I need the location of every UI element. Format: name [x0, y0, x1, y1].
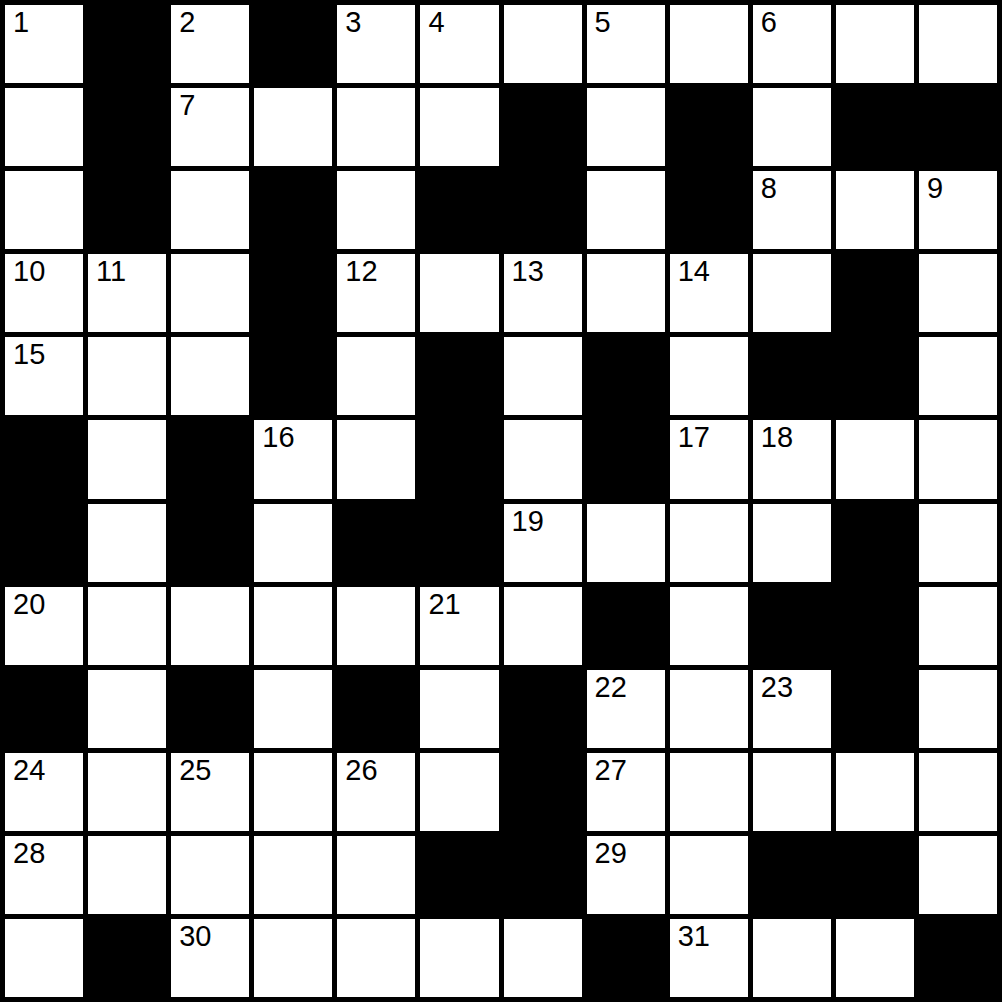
cell-r5c6[interactable]	[504, 420, 582, 498]
cell-r2c10[interactable]	[836, 171, 914, 249]
cell-r3c7[interactable]	[587, 254, 665, 332]
block-r4c9	[753, 337, 831, 415]
cell-r2c0[interactable]	[5, 171, 83, 249]
cell-r0c4[interactable]: 3	[337, 5, 415, 83]
cell-r1c2[interactable]: 7	[171, 88, 249, 166]
cell-r10c7[interactable]: 29	[587, 836, 665, 914]
cell-r11c2[interactable]: 30	[171, 919, 249, 997]
cell-r1c0[interactable]	[5, 88, 83, 166]
cell-r11c6[interactable]	[504, 919, 582, 997]
block-r6c2	[171, 504, 249, 582]
clue-number-29: 29	[595, 838, 627, 868]
cell-r1c9[interactable]	[753, 88, 831, 166]
block-r1c8	[670, 88, 748, 166]
block-r0c1	[88, 5, 166, 83]
cell-r11c0[interactable]	[5, 919, 83, 997]
block-r5c5	[420, 420, 498, 498]
block-r7c7	[587, 587, 665, 665]
cell-r1c5[interactable]	[420, 88, 498, 166]
block-r10c10	[836, 836, 914, 914]
cell-r5c11[interactable]	[919, 420, 997, 498]
cell-r5c9[interactable]: 18	[753, 420, 831, 498]
cell-r6c9[interactable]	[753, 504, 831, 582]
block-r11c1	[88, 919, 166, 997]
cell-r11c9[interactable]	[753, 919, 831, 997]
cell-r3c2[interactable]	[171, 254, 249, 332]
cell-r8c3[interactable]	[254, 670, 332, 748]
cell-r11c5[interactable]	[420, 919, 498, 997]
cell-r0c6[interactable]	[504, 5, 582, 83]
cell-r9c5[interactable]	[420, 753, 498, 831]
crossword-board: 1234567891011121314151617181920212223242…	[0, 0, 1002, 1002]
cell-r0c5[interactable]: 4	[420, 5, 498, 83]
cell-r2c9[interactable]: 8	[753, 171, 831, 249]
cell-r6c3[interactable]	[254, 504, 332, 582]
clue-number-9: 9	[927, 173, 943, 203]
cell-r10c1[interactable]	[88, 836, 166, 914]
block-r5c0	[5, 420, 83, 498]
clue-number-7: 7	[179, 90, 195, 120]
cell-r1c3[interactable]	[254, 88, 332, 166]
cell-r9c4[interactable]: 26	[337, 753, 415, 831]
clue-number-22: 22	[595, 672, 627, 702]
block-r2c1	[88, 171, 166, 249]
block-r1c10	[836, 88, 914, 166]
cell-r6c8[interactable]	[670, 504, 748, 582]
block-r4c5	[420, 337, 498, 415]
cell-r5c10[interactable]	[836, 420, 914, 498]
clue-number-19: 19	[512, 506, 544, 536]
cell-r3c0[interactable]: 10	[5, 254, 83, 332]
clue-number-20: 20	[13, 589, 45, 619]
cell-r9c1[interactable]	[88, 753, 166, 831]
clue-number-8: 8	[761, 173, 777, 203]
block-r10c5	[420, 836, 498, 914]
block-r2c6	[504, 171, 582, 249]
block-r9c6	[504, 753, 582, 831]
cell-r1c4[interactable]	[337, 88, 415, 166]
cell-r5c1[interactable]	[88, 420, 166, 498]
cell-r9c11[interactable]	[919, 753, 997, 831]
cell-r6c11[interactable]	[919, 504, 997, 582]
clue-number-3: 3	[345, 7, 361, 37]
cell-r3c5[interactable]	[420, 254, 498, 332]
cell-r10c0[interactable]: 28	[5, 836, 83, 914]
cell-r3c6[interactable]: 13	[504, 254, 582, 332]
cell-r0c8[interactable]	[670, 5, 748, 83]
block-r5c7	[587, 420, 665, 498]
cell-r7c8[interactable]	[670, 587, 748, 665]
cell-r2c4[interactable]	[337, 171, 415, 249]
cell-r4c4[interactable]	[337, 337, 415, 415]
cell-r11c3[interactable]	[254, 919, 332, 997]
cell-r0c2[interactable]: 2	[171, 5, 249, 83]
cell-r2c11[interactable]: 9	[919, 171, 997, 249]
clue-number-5: 5	[595, 7, 611, 37]
cell-r7c11[interactable]	[919, 587, 997, 665]
cell-r2c7[interactable]	[587, 171, 665, 249]
cell-r8c9[interactable]: 23	[753, 670, 831, 748]
block-r7c9	[753, 587, 831, 665]
clue-number-14: 14	[678, 256, 710, 286]
block-r4c7	[587, 337, 665, 415]
cell-r0c9[interactable]: 6	[753, 5, 831, 83]
clue-number-2: 2	[179, 7, 195, 37]
block-r6c10	[836, 504, 914, 582]
cell-r9c2[interactable]: 25	[171, 753, 249, 831]
cell-r4c0[interactable]: 15	[5, 337, 83, 415]
cell-r8c1[interactable]	[88, 670, 166, 748]
clue-number-12: 12	[345, 256, 377, 286]
cell-r9c7[interactable]: 27	[587, 753, 665, 831]
cell-r6c1[interactable]	[88, 504, 166, 582]
cell-r7c1[interactable]	[88, 587, 166, 665]
cell-r8c8[interactable]	[670, 670, 748, 748]
cell-r0c0[interactable]: 1	[5, 5, 83, 83]
clue-number-13: 13	[512, 256, 544, 286]
cell-r9c10[interactable]	[836, 753, 914, 831]
block-r0c3	[254, 5, 332, 83]
cell-r9c8[interactable]	[670, 753, 748, 831]
clue-number-15: 15	[13, 339, 45, 369]
block-r10c9	[753, 836, 831, 914]
clue-number-18: 18	[761, 422, 793, 452]
block-r4c3	[254, 337, 332, 415]
block-r5c2	[171, 420, 249, 498]
block-r6c5	[420, 504, 498, 582]
cell-r1c7[interactable]	[587, 88, 665, 166]
clue-number-24: 24	[13, 755, 45, 785]
cell-r0c11[interactable]	[919, 5, 997, 83]
clue-number-28: 28	[13, 838, 45, 868]
cell-r4c1[interactable]	[88, 337, 166, 415]
block-r1c6	[504, 88, 582, 166]
block-r8c10	[836, 670, 914, 748]
block-r2c3	[254, 171, 332, 249]
cell-r3c1[interactable]: 11	[88, 254, 166, 332]
block-r6c0	[5, 504, 83, 582]
cell-r10c8[interactable]	[670, 836, 748, 914]
clue-number-25: 25	[179, 755, 211, 785]
cell-r3c11[interactable]	[919, 254, 997, 332]
block-r11c7	[587, 919, 665, 997]
block-r2c8	[670, 171, 748, 249]
cell-r7c6[interactable]	[504, 587, 582, 665]
clue-number-30: 30	[179, 921, 211, 951]
block-r1c11	[919, 88, 997, 166]
block-r1c1	[88, 88, 166, 166]
cell-r5c4[interactable]	[337, 420, 415, 498]
cell-r6c7[interactable]	[587, 504, 665, 582]
cell-r10c3[interactable]	[254, 836, 332, 914]
cell-r0c10[interactable]	[836, 5, 914, 83]
cell-r9c0[interactable]: 24	[5, 753, 83, 831]
cell-r7c2[interactable]	[171, 587, 249, 665]
clue-number-1: 1	[13, 7, 29, 37]
block-r7c10	[836, 587, 914, 665]
cell-r8c7[interactable]: 22	[587, 670, 665, 748]
block-r8c6	[504, 670, 582, 748]
clue-number-27: 27	[595, 755, 627, 785]
cell-r3c8[interactable]: 14	[670, 254, 748, 332]
cell-r5c3[interactable]: 16	[254, 420, 332, 498]
cell-r10c11[interactable]	[919, 836, 997, 914]
block-r8c0	[5, 670, 83, 748]
block-r2c5	[420, 171, 498, 249]
cell-r6c6[interactable]: 19	[504, 504, 582, 582]
cell-r10c4[interactable]	[337, 836, 415, 914]
cell-r0c7[interactable]: 5	[587, 5, 665, 83]
cell-r7c0[interactable]: 20	[5, 587, 83, 665]
clue-number-31: 31	[678, 921, 710, 951]
cell-r4c2[interactable]	[171, 337, 249, 415]
cell-r9c3[interactable]	[254, 753, 332, 831]
cell-r11c10[interactable]	[836, 919, 914, 997]
cell-r4c8[interactable]	[670, 337, 748, 415]
block-r8c2	[171, 670, 249, 748]
block-r8c4	[337, 670, 415, 748]
clue-number-4: 4	[428, 7, 444, 37]
cell-r3c9[interactable]	[753, 254, 831, 332]
clue-number-26: 26	[345, 755, 377, 785]
clue-number-10: 10	[13, 256, 45, 286]
cell-r10c2[interactable]	[171, 836, 249, 914]
cell-r4c11[interactable]	[919, 337, 997, 415]
block-r3c10	[836, 254, 914, 332]
clue-number-16: 16	[262, 422, 294, 452]
clue-number-17: 17	[678, 422, 710, 452]
block-r11c11	[919, 919, 997, 997]
cell-r11c4[interactable]	[337, 919, 415, 997]
block-r3c3	[254, 254, 332, 332]
cell-r9c9[interactable]	[753, 753, 831, 831]
block-r10c6	[504, 836, 582, 914]
cell-r7c3[interactable]	[254, 587, 332, 665]
cell-r7c4[interactable]	[337, 587, 415, 665]
block-r6c4	[337, 504, 415, 582]
cell-r4c6[interactable]	[504, 337, 582, 415]
clue-number-6: 6	[761, 7, 777, 37]
cell-r2c2[interactable]	[171, 171, 249, 249]
cell-r8c11[interactable]	[919, 670, 997, 748]
cell-r7c5[interactable]: 21	[420, 587, 498, 665]
cell-r3c4[interactable]: 12	[337, 254, 415, 332]
clue-number-23: 23	[761, 672, 793, 702]
cell-r11c8[interactable]: 31	[670, 919, 748, 997]
cell-r5c8[interactable]: 17	[670, 420, 748, 498]
cell-r8c5[interactable]	[420, 670, 498, 748]
clue-number-11: 11	[96, 256, 126, 286]
clue-number-21: 21	[428, 589, 460, 619]
block-r4c10	[836, 337, 914, 415]
